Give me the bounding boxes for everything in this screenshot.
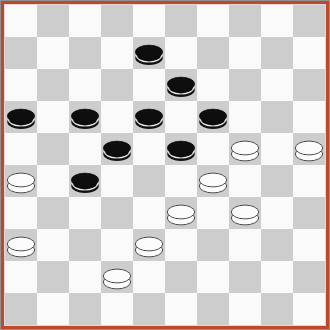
black-man-disc	[134, 41, 164, 66]
square-r7-c7	[229, 229, 261, 261]
square-r7-c4[interactable]	[133, 229, 165, 261]
square-r5-c8[interactable]	[261, 165, 293, 197]
square-r0-c8	[261, 5, 293, 37]
square-r3-c1	[37, 101, 69, 133]
square-r5-c2[interactable]	[69, 165, 101, 197]
white-man-disc	[198, 169, 228, 194]
board-frame-red-band	[1, 1, 329, 329]
square-r4-c2	[69, 133, 101, 165]
white-man[interactable]	[230, 137, 260, 162]
square-r4-c9[interactable]	[293, 133, 325, 165]
square-r4-c7[interactable]	[229, 133, 261, 165]
square-r3-c2[interactable]	[69, 101, 101, 133]
square-r7-c5	[165, 229, 197, 261]
square-r8-c0	[5, 261, 37, 293]
square-r3-c7	[229, 101, 261, 133]
square-r2-c7[interactable]	[229, 69, 261, 101]
square-r1-c8[interactable]	[261, 37, 293, 69]
square-r6-c7[interactable]	[229, 197, 261, 229]
square-r9-c2[interactable]	[69, 293, 101, 325]
square-r4-c3[interactable]	[101, 133, 133, 165]
square-r6-c5[interactable]	[165, 197, 197, 229]
square-r2-c0	[5, 69, 37, 101]
black-man-disc	[102, 137, 132, 162]
square-r8-c9[interactable]	[293, 261, 325, 293]
white-man[interactable]	[230, 201, 260, 226]
square-r7-c9	[293, 229, 325, 261]
square-r3-c3	[101, 101, 133, 133]
square-r0-c2	[69, 5, 101, 37]
black-man-disc	[70, 169, 100, 194]
square-r2-c3[interactable]	[101, 69, 133, 101]
square-r9-c8[interactable]	[261, 293, 293, 325]
square-r9-c4[interactable]	[133, 293, 165, 325]
square-r1-c3	[101, 37, 133, 69]
screenshot-root	[0, 0, 330, 330]
square-r4-c4	[133, 133, 165, 165]
square-r3-c9	[293, 101, 325, 133]
black-man[interactable]	[166, 73, 196, 98]
square-r1-c4[interactable]	[133, 37, 165, 69]
white-man[interactable]	[102, 265, 132, 290]
square-r0-c0	[5, 5, 37, 37]
square-r8-c8	[261, 261, 293, 293]
black-man[interactable]	[6, 105, 36, 130]
square-r8-c6	[197, 261, 229, 293]
square-r1-c2[interactable]	[69, 37, 101, 69]
black-man[interactable]	[166, 137, 196, 162]
square-r3-c6[interactable]	[197, 101, 229, 133]
square-r7-c2[interactable]	[69, 229, 101, 261]
square-r7-c0[interactable]	[5, 229, 37, 261]
square-r0-c3[interactable]	[101, 5, 133, 37]
square-r4-c6	[197, 133, 229, 165]
square-r1-c0[interactable]	[5, 37, 37, 69]
square-r9-c7	[229, 293, 261, 325]
white-man[interactable]	[166, 201, 196, 226]
white-man[interactable]	[6, 169, 36, 194]
white-man[interactable]	[294, 137, 324, 162]
board-frame	[0, 0, 330, 330]
square-r1-c7	[229, 37, 261, 69]
square-r2-c8	[261, 69, 293, 101]
black-man[interactable]	[134, 41, 164, 66]
square-r0-c9[interactable]	[293, 5, 325, 37]
square-r5-c5	[165, 165, 197, 197]
white-man-disc	[6, 233, 36, 258]
black-man[interactable]	[102, 137, 132, 162]
white-man-disc	[6, 169, 36, 194]
square-r9-c0[interactable]	[5, 293, 37, 325]
square-r2-c9[interactable]	[293, 69, 325, 101]
square-r4-c1[interactable]	[37, 133, 69, 165]
square-r0-c6	[197, 5, 229, 37]
square-r8-c7[interactable]	[229, 261, 261, 293]
white-man[interactable]	[6, 233, 36, 258]
black-man[interactable]	[70, 105, 100, 130]
board-frame-inner-line	[4, 4, 326, 326]
square-r9-c1	[37, 293, 69, 325]
white-man-disc	[102, 265, 132, 290]
square-r4-c8	[261, 133, 293, 165]
square-r5-c9	[293, 165, 325, 197]
white-man-disc	[134, 233, 164, 258]
square-r7-c8[interactable]	[261, 229, 293, 261]
square-r6-c4	[133, 197, 165, 229]
square-r1-c6[interactable]	[197, 37, 229, 69]
black-man-disc	[198, 105, 228, 130]
square-r0-c5[interactable]	[165, 5, 197, 37]
square-r7-c1	[37, 229, 69, 261]
square-r2-c6	[197, 69, 229, 101]
square-r6-c1[interactable]	[37, 197, 69, 229]
square-r6-c8	[261, 197, 293, 229]
square-r3-c8[interactable]	[261, 101, 293, 133]
square-r1-c9	[293, 37, 325, 69]
square-r7-c6[interactable]	[197, 229, 229, 261]
square-r8-c1[interactable]	[37, 261, 69, 293]
white-man[interactable]	[198, 169, 228, 194]
square-r5-c4[interactable]	[133, 165, 165, 197]
black-man-disc	[166, 73, 196, 98]
square-r5-c6[interactable]	[197, 165, 229, 197]
white-man-disc	[230, 201, 260, 226]
black-man-disc	[134, 105, 164, 130]
square-r0-c7[interactable]	[229, 5, 261, 37]
square-r6-c9[interactable]	[293, 197, 325, 229]
black-man[interactable]	[134, 105, 164, 130]
square-r9-c9	[293, 293, 325, 325]
square-r2-c1[interactable]	[37, 69, 69, 101]
white-man[interactable]	[134, 233, 164, 258]
square-r4-c5[interactable]	[165, 133, 197, 165]
square-r8-c3[interactable]	[101, 261, 133, 293]
square-r5-c1	[37, 165, 69, 197]
square-r5-c0[interactable]	[5, 165, 37, 197]
square-r2-c5[interactable]	[165, 69, 197, 101]
square-r2-c4	[133, 69, 165, 101]
square-r3-c4[interactable]	[133, 101, 165, 133]
square-r8-c4	[133, 261, 165, 293]
square-r9-c6[interactable]	[197, 293, 229, 325]
square-r6-c0	[5, 197, 37, 229]
square-r1-c1	[37, 37, 69, 69]
black-man-disc	[166, 137, 196, 162]
square-r9-c5	[165, 293, 197, 325]
square-r6-c2	[69, 197, 101, 229]
white-man-disc	[294, 137, 324, 162]
square-r3-c5	[165, 101, 197, 133]
square-r0-c1[interactable]	[37, 5, 69, 37]
square-r2-c2	[69, 69, 101, 101]
square-r7-c3	[101, 229, 133, 261]
square-r3-c0[interactable]	[5, 101, 37, 133]
square-r5-c7	[229, 165, 261, 197]
square-r6-c3[interactable]	[101, 197, 133, 229]
black-man[interactable]	[70, 169, 100, 194]
square-r0-c4	[133, 5, 165, 37]
square-r1-c5	[165, 37, 197, 69]
square-r8-c2	[69, 261, 101, 293]
draughts-board	[5, 5, 325, 325]
square-r6-c6	[197, 197, 229, 229]
black-man-disc	[70, 105, 100, 130]
white-man-disc	[230, 137, 260, 162]
square-r9-c3	[101, 293, 133, 325]
black-man-disc	[6, 105, 36, 130]
square-r5-c3	[101, 165, 133, 197]
black-man[interactable]	[198, 105, 228, 130]
square-r8-c5[interactable]	[165, 261, 197, 293]
square-r4-c0	[5, 133, 37, 165]
white-man-disc	[166, 201, 196, 226]
